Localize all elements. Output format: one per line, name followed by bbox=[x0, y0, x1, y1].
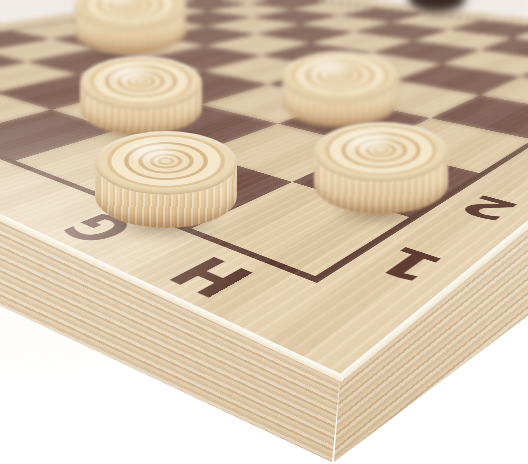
white-checker-f2[interactable] bbox=[80, 56, 202, 135]
piece-top-rings bbox=[80, 56, 202, 110]
photo-stage: G H 2 1 bbox=[0, 0, 528, 464]
white-checker-g3[interactable] bbox=[282, 51, 398, 127]
white-checker-g1[interactable] bbox=[95, 131, 237, 228]
white-checker-h2[interactable] bbox=[314, 122, 448, 214]
piece-top-rings bbox=[314, 122, 448, 182]
piece-top-rings bbox=[95, 131, 237, 195]
piece-top-rings bbox=[282, 51, 398, 103]
white-checker-e3[interactable] bbox=[74, 0, 186, 54]
